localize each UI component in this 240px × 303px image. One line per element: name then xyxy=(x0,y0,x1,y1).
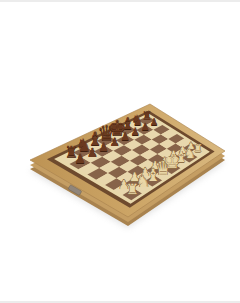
chess-board xyxy=(0,2,240,303)
product-photo: ♜♞♝♛♚♝♞♜♟♟♟♟♟♟♟♟♟♟♟♟♟♟♟♟♜♞♝♛♚♝♞♜ xyxy=(0,0,240,303)
